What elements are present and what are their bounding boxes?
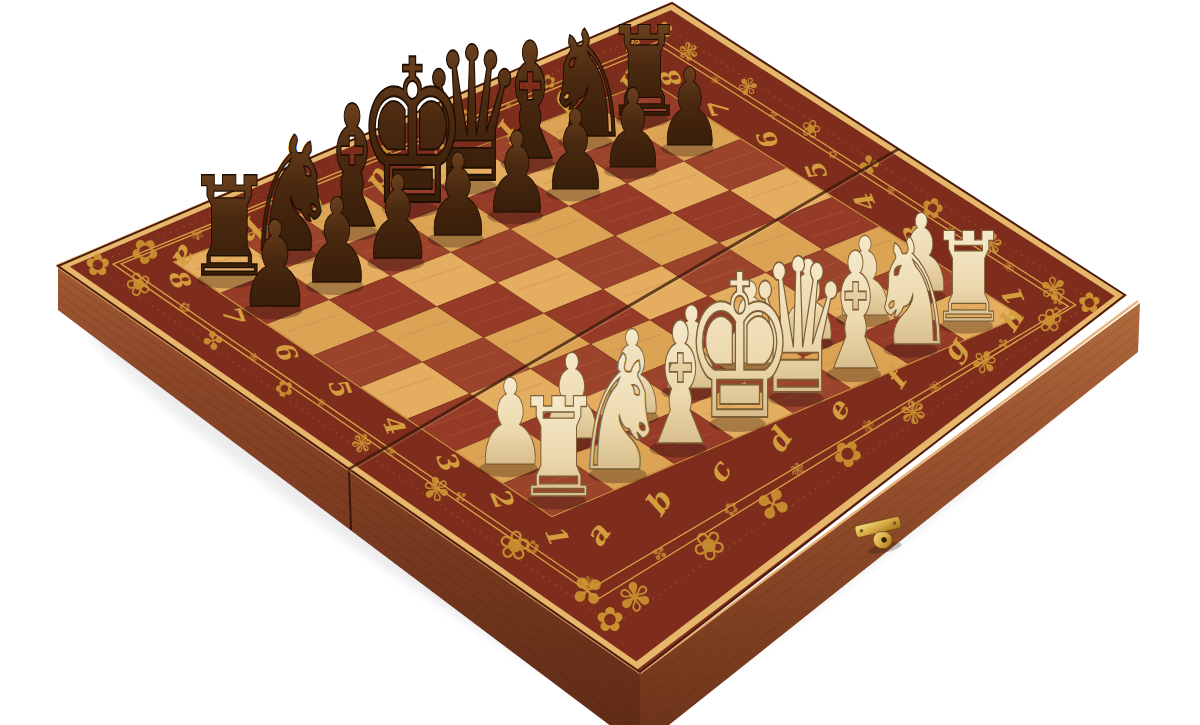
border-flourish-small: ✤ (767, 110, 781, 121)
piece-white-rook-a1: ♜ (514, 368, 603, 528)
border-flourish: ✾ (733, 74, 763, 97)
border-flourish: ❃ (345, 430, 378, 455)
border-corner-rosette: ✿ (85, 247, 111, 282)
product-photo: chess ✿✾❃❀✾✤❀✿✤❃✿✾❃❀❃❀✾✤❀✿✤❃✿✾❃❀✾✤✾✤❀✿✤❃… (0, 0, 1200, 725)
border-flourish: ✤ (197, 328, 228, 352)
border-corner-rosette: ✿ (596, 599, 625, 639)
border-flourish-small: ❃ (246, 351, 260, 362)
chess-board-scene: ✿✾❃❀✾✤❀✿✤❃✿✾❃❀❃❀✾✤❀✿✤❃✿✾❃❀✾✤✾✤❀✿✤❃✿✾❃❀✾✤… (0, 0, 1200, 725)
piece-black-pawn-a7: ♟ (238, 196, 313, 334)
border-corner-rosette: ✿ (1078, 286, 1101, 319)
border-flourish-small: ✿ (521, 538, 544, 556)
